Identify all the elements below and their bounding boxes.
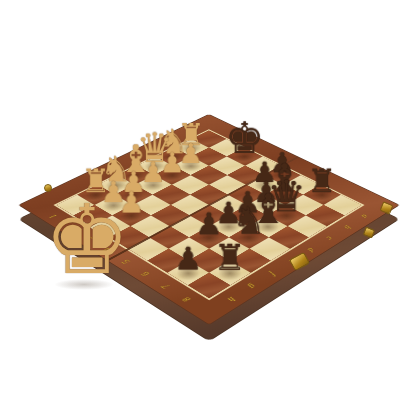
rank-label-6: 6 xyxy=(139,270,152,277)
black-rook-icon: ♜ xyxy=(214,239,246,275)
black-rook-icon: ♜ xyxy=(307,164,336,197)
file-label-b: b xyxy=(342,224,354,231)
file-label-d: d xyxy=(305,246,317,253)
file-label-f: f xyxy=(267,270,278,276)
rank-label-8: 8 xyxy=(180,295,193,303)
black-pawn-icon: ♟ xyxy=(174,243,202,275)
rank-label-7: 7 xyxy=(159,282,172,290)
chess-set-photo: ♜♜♛♝♞♟♝♟♟♟♟♟♟♚♟♟♟♟♟♟♜♞♛♝♞♜ 12345678 abcd… xyxy=(0,0,416,416)
file-label-h: h xyxy=(225,295,238,303)
black-pawn-icon: ♟ xyxy=(195,209,222,239)
file-label-g: g xyxy=(246,282,259,290)
scene: ♜♜♛♝♞♟♝♟♟♟♟♟♟♚♟♟♟♟♟♟♜♞♛♝♞♜ 12345678 abcd… xyxy=(0,0,416,416)
black-knight-icon: ♞ xyxy=(232,202,266,240)
off-board-white-king: ♚ xyxy=(44,192,130,288)
file-label-a: a xyxy=(359,213,371,219)
black-king-icon: ♚ xyxy=(225,116,264,159)
file-label-c: c xyxy=(324,235,336,241)
